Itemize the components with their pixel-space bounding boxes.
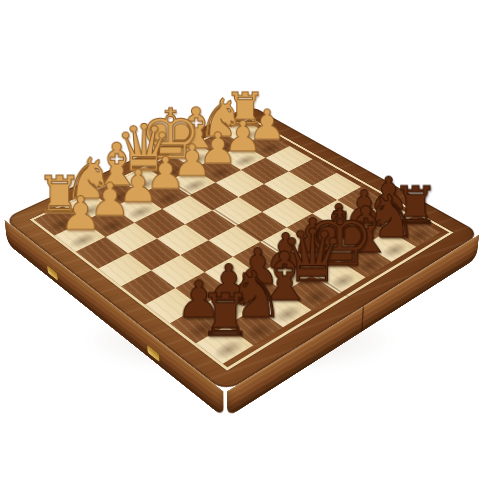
product-photo-scene: ♜♞♝♛♚♝♞♜♟♟♟♟♟♟♟♟♟♟♟♟♟♟♟♟♜♞♝♛♚♝♞♜ (0, 0, 480, 480)
square-a2: ♟ (55, 221, 106, 252)
square-d4 (185, 210, 236, 240)
black-rook-glyph: ♜ (199, 285, 252, 344)
white-pawn-glyph: ♟ (60, 190, 102, 237)
square-a4 (98, 253, 151, 286)
square-a8: ♜ (196, 325, 254, 363)
fold-seam-edge (361, 305, 364, 331)
brass-hinge-1 (47, 265, 58, 280)
